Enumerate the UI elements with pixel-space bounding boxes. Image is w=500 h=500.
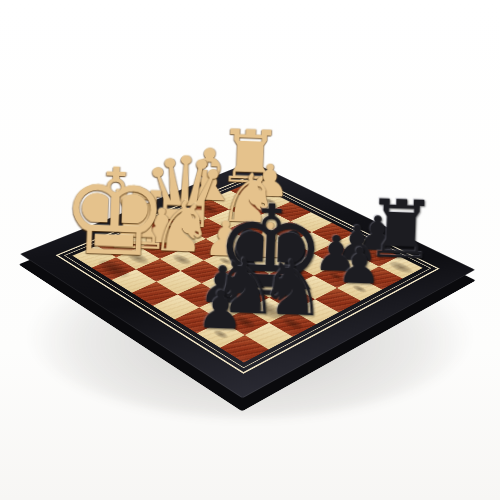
chessboard: ♜♟♝♞♛♟♟♜♞♟♟♟♜♚♟♟♝♝♚♟♞♞♟ <box>81 95 414 428</box>
product-photo-stage: ♜♟♝♞♛♟♟♜♞♟♟♟♜♚♟♟♝♝♚♟♞♞♟ <box>0 0 500 500</box>
white-king-glyph: ♚ <box>51 153 177 271</box>
black-pawn-glyph: ♟ <box>153 283 286 338</box>
camera-tilt-wrapper: ♜♟♝♞♛♟♟♜♞♟♟♟♜♚♟♟♝♝♚♟♞♞♟ <box>0 0 500 500</box>
board-face: ♜♟♝♞♛♟♟♜♞♟♟♟♜♚♟♟♝♝♚♟♞♞♟ <box>20 162 475 399</box>
scene-3d: ♜♟♝♞♛♟♟♜♞♟♟♟♜♚♟♟♝♝♚♟♞♞♟ <box>0 0 500 500</box>
